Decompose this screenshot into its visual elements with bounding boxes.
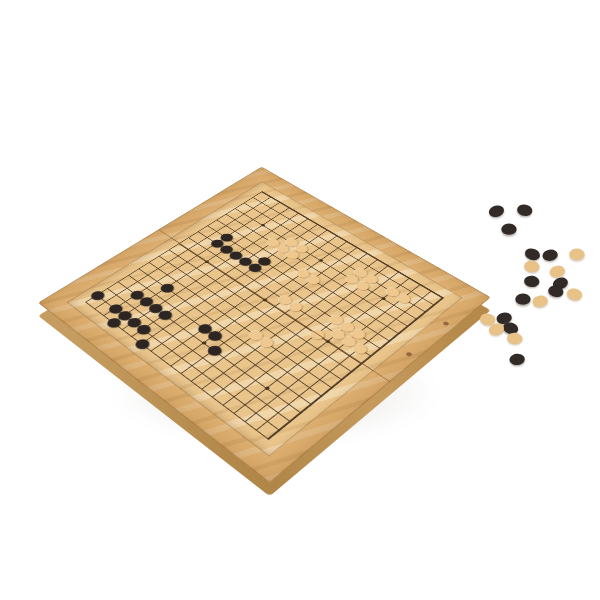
tan-stone: ● <box>302 273 323 287</box>
black-stone: ● <box>216 231 236 244</box>
tan-loose-stone: ● <box>504 329 525 345</box>
black-stone: ● <box>203 328 225 344</box>
black-stone: ● <box>104 301 125 316</box>
dowel-pin <box>405 351 412 356</box>
black-stone: ● <box>153 308 174 323</box>
star-point <box>263 386 269 391</box>
black-stone: ● <box>206 237 226 250</box>
black-stone: ● <box>225 249 245 262</box>
tan-stone: ● <box>284 299 305 314</box>
black-stone: ● <box>202 342 224 358</box>
black-stone: ● <box>253 254 273 267</box>
tan-stone: ● <box>292 266 313 280</box>
black-stone: ● <box>130 336 152 352</box>
tan-stone: ● <box>341 272 362 286</box>
star-point <box>380 297 386 301</box>
tan-stone: ● <box>346 326 368 341</box>
tan-stone: ● <box>360 272 381 286</box>
tan-stone: ● <box>273 293 294 307</box>
tan-stone: ● <box>262 236 282 249</box>
black-loose-stone: ● <box>499 221 519 236</box>
black-stone: ● <box>234 255 254 268</box>
star-point <box>200 341 206 345</box>
tan-stone: ● <box>290 242 310 255</box>
black-stone: ● <box>102 315 124 330</box>
tan-stone: ● <box>335 319 357 334</box>
tan-stone: ● <box>392 291 413 305</box>
black-stone: ● <box>244 261 265 275</box>
black-stone: ● <box>132 322 154 337</box>
black-stone: ● <box>122 315 144 330</box>
tan-stone: ● <box>254 334 276 350</box>
tan-stone: ● <box>348 341 370 357</box>
tan-stone: ● <box>281 248 301 261</box>
tan-stone: ● <box>272 242 292 255</box>
tan-stone: ● <box>337 333 359 349</box>
black-stone: ● <box>215 243 235 256</box>
black-loose-stone: ● <box>521 272 542 288</box>
star-point <box>143 299 149 303</box>
black-loose-stone: ● <box>484 200 507 219</box>
black-stone: ● <box>193 321 215 336</box>
black-stone: ● <box>144 301 165 316</box>
black-loose-stone: ● <box>514 200 536 218</box>
tan-stone: ● <box>244 327 266 343</box>
tan-stone: ● <box>351 279 372 293</box>
product-photo: ●●●●●●●●●●●●●●●●●●●●●●●●●●●●●●●●●●●●●●●●… <box>0 0 600 600</box>
star-point <box>260 224 265 227</box>
star-point <box>318 259 323 263</box>
tan-stone: ● <box>350 266 371 280</box>
tan-stone: ● <box>326 326 348 341</box>
tan-loose-stone: ● <box>563 283 586 302</box>
black-stone: ● <box>113 308 134 323</box>
black-stone: ● <box>156 281 177 295</box>
tan-stone: ● <box>281 236 301 249</box>
black-loose-stone: ● <box>506 350 527 366</box>
tan-stone: ● <box>325 312 347 327</box>
tan-loose-stone: ● <box>529 291 551 308</box>
black-stone: ● <box>86 288 107 302</box>
tan-loose-stone: ● <box>567 246 587 261</box>
dowel-pin <box>442 321 449 326</box>
